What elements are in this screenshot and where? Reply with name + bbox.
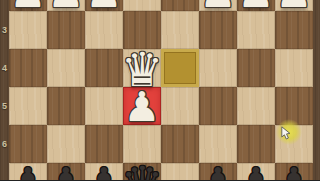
square-c6[interactable] [199, 125, 237, 163]
square-e4[interactable]: ♛ [123, 49, 161, 87]
square-c2[interactable]: ♟ [199, 0, 237, 11]
square-h7[interactable]: ♟ [9, 163, 47, 181]
square-g7[interactable]: ♟ [47, 163, 85, 181]
piece-black-pawn-a7[interactable]: ♟ [276, 163, 313, 180]
rank-label-3: 3 [0, 25, 9, 35]
square-d5[interactable] [161, 87, 199, 125]
square-c4[interactable] [199, 49, 237, 87]
piece-black-pawn-f7[interactable]: ♟ [86, 163, 123, 180]
square-c7[interactable]: ♟ [199, 163, 237, 181]
square-a4[interactable] [275, 49, 313, 87]
chessboard-viewport: ♟♟♟♟♟♟♛♟♟♟♟♛♟♟♟ 3456 [0, 0, 320, 180]
piece-white-pawn-h2[interactable]: ♟ [10, 0, 47, 14]
rank-label-4: 4 [0, 63, 9, 73]
piece-black-queen-e7[interactable]: ♛ [121, 160, 163, 180]
chess-board: ♟♟♟♟♟♟♛♟♟♟♟♛♟♟♟ [9, 0, 313, 180]
square-h6[interactable] [9, 125, 47, 163]
piece-white-pawn-c2[interactable]: ♟ [200, 0, 237, 14]
square-f4[interactable] [85, 49, 123, 87]
square-h2[interactable]: ♟ [9, 0, 47, 11]
piece-black-pawn-h7[interactable]: ♟ [10, 163, 47, 180]
square-g4[interactable] [47, 49, 85, 87]
square-d7[interactable] [161, 163, 199, 181]
square-d4[interactable] [161, 49, 199, 87]
square-b2[interactable]: ♟ [237, 0, 275, 11]
piece-white-pawn-b2[interactable]: ♟ [238, 0, 275, 14]
square-g2[interactable]: ♟ [47, 0, 85, 11]
square-f5[interactable] [85, 87, 123, 125]
rank-label-6: 6 [0, 139, 9, 149]
piece-black-pawn-g7[interactable]: ♟ [48, 163, 85, 180]
square-f2[interactable]: ♟ [85, 0, 123, 11]
square-f6[interactable] [85, 125, 123, 163]
square-b5[interactable] [237, 87, 275, 125]
piece-black-pawn-b7[interactable]: ♟ [238, 163, 275, 180]
square-b4[interactable] [237, 49, 275, 87]
piece-black-pawn-c7[interactable]: ♟ [200, 163, 237, 180]
piece-white-pawn-g2[interactable]: ♟ [48, 0, 85, 14]
square-d2[interactable] [161, 0, 199, 11]
square-e7[interactable]: ♛ [123, 163, 161, 181]
piece-white-pawn-e5[interactable]: ♟ [124, 87, 161, 128]
square-b7[interactable]: ♟ [237, 163, 275, 181]
square-d6[interactable] [161, 125, 199, 163]
square-e5[interactable]: ♟ [123, 87, 161, 125]
square-a7[interactable]: ♟ [275, 163, 313, 181]
square-c5[interactable] [199, 87, 237, 125]
square-h4[interactable] [9, 49, 47, 87]
square-g5[interactable] [47, 87, 85, 125]
square-b6[interactable] [237, 125, 275, 163]
square-a5[interactable] [275, 87, 313, 125]
square-f7[interactable]: ♟ [85, 163, 123, 181]
square-d3[interactable] [161, 11, 199, 49]
square-e2[interactable] [123, 0, 161, 11]
rank-label-5: 5 [0, 101, 9, 111]
square-a2[interactable]: ♟ [275, 0, 313, 11]
square-g6[interactable] [47, 125, 85, 163]
piece-white-pawn-f2[interactable]: ♟ [86, 0, 123, 14]
piece-white-pawn-a2[interactable]: ♟ [276, 0, 313, 14]
square-a6[interactable] [275, 125, 313, 163]
square-h5[interactable] [9, 87, 47, 125]
